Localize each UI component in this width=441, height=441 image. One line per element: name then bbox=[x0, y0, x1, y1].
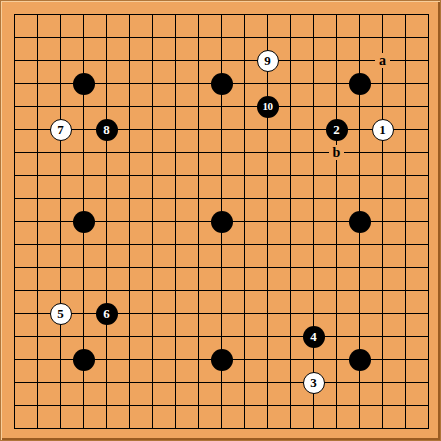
go-stone-black-handicap bbox=[349, 211, 371, 233]
go-stone-white-move-7: 7 bbox=[50, 119, 72, 141]
go-stone-black-move-8: 8 bbox=[96, 119, 118, 141]
go-stone-black-move-4: 4 bbox=[303, 326, 325, 348]
go-stone-black-handicap bbox=[211, 73, 233, 95]
go-stone-white-move-5: 5 bbox=[50, 303, 72, 325]
go-stone-black-move-2: 2 bbox=[326, 119, 348, 141]
go-stone-black-handicap bbox=[349, 73, 371, 95]
go-board: 12345678910ab bbox=[0, 0, 441, 441]
point-label-b: b bbox=[329, 145, 344, 160]
go-stone-black-handicap bbox=[73, 73, 95, 95]
go-stone-white-move-1: 1 bbox=[372, 119, 394, 141]
go-stone-black-handicap bbox=[349, 349, 371, 371]
go-stone-white-move-3: 3 bbox=[303, 372, 325, 394]
go-stone-black-move-10: 10 bbox=[257, 96, 279, 118]
go-stone-black-handicap bbox=[73, 349, 95, 371]
go-stone-black-handicap bbox=[211, 211, 233, 233]
go-stone-black-handicap bbox=[211, 349, 233, 371]
go-stone-black-handicap bbox=[73, 211, 95, 233]
point-label-a: a bbox=[375, 53, 390, 68]
go-stone-white-move-9: 9 bbox=[257, 50, 279, 72]
go-stone-black-move-6: 6 bbox=[96, 303, 118, 325]
